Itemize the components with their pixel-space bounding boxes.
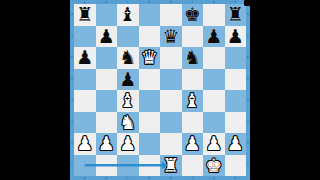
square-e6: [160, 47, 182, 69]
square-b5: [96, 69, 118, 91]
square-b2: ♟: [96, 133, 118, 155]
square-g8: [203, 4, 225, 26]
square-f7: [182, 26, 204, 48]
square-g7: ♟: [203, 26, 225, 48]
square-a5: [74, 69, 96, 91]
piece-black-bishop-c8: ♝: [117, 4, 139, 26]
square-b1: [96, 155, 118, 177]
square-e4: [160, 90, 182, 112]
square-b4: [96, 90, 118, 112]
square-c4: ♝: [117, 90, 139, 112]
piece-black-pawn-b7: ♟: [96, 26, 118, 48]
square-g5: [203, 69, 225, 91]
square-a3: [74, 112, 96, 134]
coord-label-bottom-e: e: [160, 176, 182, 180]
piece-black-knight-c6: ♞: [117, 47, 139, 69]
square-a8: ♜: [74, 4, 96, 26]
square-g1: ♚: [203, 155, 225, 177]
side-to-move-indicator: [244, 0, 250, 6]
piece-black-pawn-g7: ♟: [203, 26, 225, 48]
piece-white-king-g1: ♚: [203, 155, 225, 177]
coord-label-right-2: 2: [246, 133, 250, 155]
square-f2: ♟: [182, 133, 204, 155]
coord-label-right-7: 7: [246, 26, 250, 48]
square-g4: [203, 90, 225, 112]
square-d1: [139, 155, 161, 177]
square-h3: [225, 112, 247, 134]
square-g2: ♟: [203, 133, 225, 155]
piece-white-bishop-f4: ♝: [182, 90, 204, 112]
square-a7: [74, 26, 96, 48]
piece-black-pawn-a6: ♟: [74, 47, 96, 69]
piece-white-pawn-g2: ♟: [203, 133, 225, 155]
piece-black-knight-f6: ♞: [182, 47, 204, 69]
square-b8: [96, 4, 118, 26]
coord-label-bottom-f: f: [182, 176, 204, 180]
coord-label-right-5: 5: [246, 69, 250, 91]
letterbox-left: [0, 0, 70, 180]
piece-white-knight-c3: ♞: [117, 112, 139, 134]
piece-white-bishop-c4: ♝: [117, 90, 139, 112]
coord-label-bottom-g: g: [203, 176, 225, 180]
piece-white-pawn-h2: ♟: [225, 133, 247, 155]
square-c8: ♝: [117, 4, 139, 26]
square-a6: ♟: [74, 47, 96, 69]
coord-label-bottom-h: h: [225, 176, 247, 180]
square-e8: [160, 4, 182, 26]
square-f6: ♞: [182, 47, 204, 69]
square-b6: [96, 47, 118, 69]
piece-white-pawn-f2: ♟: [182, 133, 204, 155]
square-f3: [182, 112, 204, 134]
square-h4: [225, 90, 247, 112]
piece-white-pawn-b2: ♟: [96, 133, 118, 155]
square-a2: ♟: [74, 133, 96, 155]
square-c3: ♞: [117, 112, 139, 134]
square-c2: ♟: [117, 133, 139, 155]
piece-black-rook-h8: ♜: [225, 4, 247, 26]
square-d4: [139, 90, 161, 112]
coord-label-right-6: 6: [246, 47, 250, 69]
coord-label-right-8: 8: [246, 4, 250, 26]
coord-label-bottom-d: d: [139, 176, 161, 180]
square-c1: [117, 155, 139, 177]
square-h8: ♜: [225, 4, 247, 26]
square-g6: [203, 47, 225, 69]
square-h5: [225, 69, 247, 91]
square-a4: [74, 90, 96, 112]
square-e7: ♛: [160, 26, 182, 48]
square-a1: [74, 155, 96, 177]
square-c6: ♞: [117, 47, 139, 69]
square-d5: [139, 69, 161, 91]
square-b3: [96, 112, 118, 134]
square-g3: [203, 112, 225, 134]
square-h2: ♟: [225, 133, 247, 155]
piece-white-queen-d6: ♛: [139, 47, 161, 69]
coord-label-bottom-c: c: [117, 176, 139, 180]
square-e5: [160, 69, 182, 91]
square-h1: [225, 155, 247, 177]
square-d2: [139, 133, 161, 155]
square-c7: [117, 26, 139, 48]
square-h6: [225, 47, 247, 69]
square-f4: ♝: [182, 90, 204, 112]
coord-label-right-3: 3: [246, 112, 250, 134]
piece-black-queen-e7: ♛: [160, 26, 182, 48]
square-d6: ♛: [139, 47, 161, 69]
piece-black-rook-a8: ♜: [74, 4, 96, 26]
square-e1: ♜: [160, 155, 182, 177]
piece-white-pawn-c2: ♟: [117, 133, 139, 155]
piece-black-king-f8: ♚: [182, 4, 204, 26]
piece-white-rook-e1: ♜: [160, 155, 182, 177]
square-e3: [160, 112, 182, 134]
coord-label-bottom-a: a: [74, 176, 96, 180]
square-c5: ♟: [117, 69, 139, 91]
coord-label-bottom-b: b: [96, 176, 118, 180]
chess-board: ♜♝♚♜♟♛♟♟♟♞♛♞♟♝♝♞♟♟♟♟♟♟♜♚: [74, 4, 246, 176]
piece-black-pawn-h7: ♟: [225, 26, 247, 48]
chess-board-frame: ♜♝♚♜♟♛♟♟♟♞♛♞♟♝♝♞♟♟♟♟♟♟♜♚ aabbccddeeffggh…: [70, 0, 250, 180]
square-f1: [182, 155, 204, 177]
letterbox-right: [250, 0, 320, 180]
screenshot-root: { "game": "chess", "position": { "fen": …: [0, 0, 320, 180]
square-h7: ♟: [225, 26, 247, 48]
square-f8: ♚: [182, 4, 204, 26]
square-e2: [160, 133, 182, 155]
piece-white-pawn-a2: ♟: [74, 133, 96, 155]
piece-black-pawn-c5: ♟: [117, 69, 139, 91]
square-f5: [182, 69, 204, 91]
square-d7: [139, 26, 161, 48]
coord-label-right-1: 1: [246, 155, 250, 177]
coord-label-right-4: 4: [246, 90, 250, 112]
square-d3: [139, 112, 161, 134]
square-b7: ♟: [96, 26, 118, 48]
square-d8: [139, 4, 161, 26]
